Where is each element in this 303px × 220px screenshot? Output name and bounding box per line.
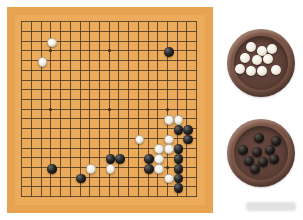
black-stone[interactable] (183, 125, 193, 135)
star-point (108, 108, 111, 111)
black-stone[interactable] (47, 164, 57, 174)
black-stone-bowl (227, 119, 295, 187)
grid-line-horizontal (21, 128, 197, 129)
white-stone[interactable] (174, 115, 184, 125)
white-bowl-stone (246, 66, 256, 76)
grid-line-vertical (138, 21, 139, 197)
white-bowl-stone (263, 54, 273, 64)
black-bowl-stone (269, 154, 279, 164)
white-bowl-stone (271, 65, 281, 75)
watermark-smudge (246, 202, 296, 211)
black-bowl-stone (238, 145, 248, 155)
star-point (166, 108, 169, 111)
black-stone[interactable] (164, 47, 174, 57)
black-bowl-stone (250, 164, 260, 174)
black-stone[interactable] (174, 125, 184, 135)
black-bowl-stone (254, 133, 264, 143)
white-bowl-stone (246, 42, 256, 52)
white-stone[interactable] (47, 38, 57, 48)
white-stone[interactable] (86, 164, 96, 174)
black-bowl-stone (258, 157, 268, 167)
black-stone[interactable] (144, 164, 154, 174)
white-bowl-stone (267, 44, 277, 54)
white-stone-bowl (227, 29, 295, 97)
black-bowl-stone (271, 136, 281, 146)
white-stone[interactable] (154, 164, 164, 174)
white-stone[interactable] (38, 57, 48, 67)
white-stone[interactable] (164, 135, 174, 145)
grid-line-vertical (186, 21, 187, 197)
white-stone[interactable] (164, 115, 174, 125)
black-stone[interactable] (174, 183, 184, 193)
white-stone[interactable] (164, 144, 174, 154)
grid-line-vertical (128, 21, 129, 197)
white-bowl-stone (240, 53, 250, 63)
black-stone[interactable] (115, 154, 125, 164)
white-stone[interactable] (106, 164, 116, 174)
screenshot-root (0, 0, 303, 220)
white-bowl-stone (235, 64, 245, 74)
grid-line-vertical (196, 21, 197, 197)
white-bowl-stone (252, 55, 262, 65)
black-stone[interactable] (174, 164, 184, 174)
white-stone[interactable] (154, 154, 164, 164)
white-stone[interactable] (154, 144, 164, 154)
go-board[interactable] (7, 7, 213, 213)
grid-line-horizontal (21, 196, 197, 197)
black-stone[interactable] (144, 154, 154, 164)
white-stone[interactable] (164, 174, 174, 184)
grid-line-horizontal (21, 186, 197, 187)
black-stone[interactable] (174, 154, 184, 164)
black-stone[interactable] (106, 154, 116, 164)
black-stone[interactable] (76, 174, 86, 184)
white-bowl-stone (257, 66, 267, 76)
grid-line-vertical (118, 21, 119, 197)
black-bowl-stone (252, 147, 262, 157)
